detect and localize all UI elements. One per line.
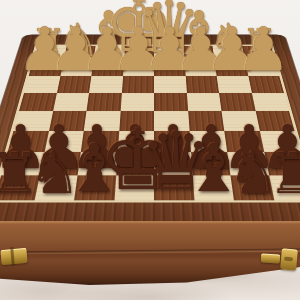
brass-clasp-plate-icon <box>261 254 280 264</box>
square-c8 <box>192 175 234 200</box>
square-h6 <box>8 131 49 152</box>
square-b7 <box>227 152 268 175</box>
square-c1 <box>183 46 214 61</box>
square-d7 <box>154 152 192 175</box>
square-e8 <box>114 175 154 200</box>
box-lid-seam <box>0 248 300 254</box>
square-e7 <box>116 152 154 175</box>
square-b1 <box>212 46 244 61</box>
square-b5 <box>222 111 260 131</box>
square-h1 <box>33 46 66 61</box>
square-a4 <box>251 93 289 111</box>
square-h8 <box>0 175 39 200</box>
square-g8 <box>34 175 77 200</box>
square-d5 <box>154 111 189 131</box>
square-b2 <box>214 60 247 76</box>
square-b8 <box>230 175 273 200</box>
square-g6 <box>44 131 84 152</box>
square-e5 <box>119 111 154 131</box>
chessboard-frame <box>0 35 300 223</box>
square-c3 <box>185 76 219 93</box>
square-h5 <box>14 111 53 131</box>
square-g5 <box>49 111 87 131</box>
square-d2 <box>154 60 185 76</box>
square-f6 <box>81 131 119 152</box>
square-f7 <box>78 152 118 175</box>
square-c2 <box>184 60 216 76</box>
square-e1 <box>124 46 154 61</box>
square-a5 <box>255 111 294 131</box>
square-e6 <box>117 131 154 152</box>
square-e2 <box>123 60 154 76</box>
square-g3 <box>57 76 92 93</box>
square-f8 <box>74 175 116 200</box>
square-g7 <box>39 152 80 175</box>
square-d8 <box>154 175 194 200</box>
square-f3 <box>89 76 123 93</box>
square-e3 <box>122 76 154 93</box>
square-d1 <box>154 46 184 61</box>
square-b6 <box>224 131 264 152</box>
square-f5 <box>84 111 120 131</box>
square-d6 <box>154 131 191 152</box>
brass-clasp-latch-icon <box>280 248 298 270</box>
square-h7 <box>1 152 44 175</box>
square-h2 <box>29 60 64 76</box>
square-g4 <box>53 93 89 111</box>
square-c7 <box>191 152 231 175</box>
square-a1 <box>242 46 275 61</box>
square-f1 <box>94 46 125 61</box>
chess-set-photo: ♜♞♝♚♛♝♞♜♟♟♟♟♟♟♟♟♟♟♟♟♟♟♟♟♜♞♝♚♛♝♞♜ <box>0 0 300 300</box>
square-d4 <box>154 93 188 111</box>
square-g1 <box>63 46 95 61</box>
square-f4 <box>87 93 122 111</box>
square-a7 <box>264 152 300 175</box>
square-a2 <box>245 60 280 76</box>
square-h4 <box>19 93 57 111</box>
square-a3 <box>248 76 284 93</box>
square-e4 <box>120 93 154 111</box>
square-c4 <box>186 93 221 111</box>
square-d3 <box>154 76 186 93</box>
square-c5 <box>188 111 224 131</box>
square-b4 <box>219 93 255 111</box>
chessboard-squares <box>0 46 300 201</box>
square-f2 <box>91 60 123 76</box>
square-c6 <box>189 131 227 152</box>
square-a8 <box>269 175 300 200</box>
square-h3 <box>24 76 60 93</box>
brass-hinge-icon <box>0 248 27 265</box>
square-a6 <box>259 131 300 152</box>
square-g2 <box>60 60 93 76</box>
square-b3 <box>217 76 252 93</box>
